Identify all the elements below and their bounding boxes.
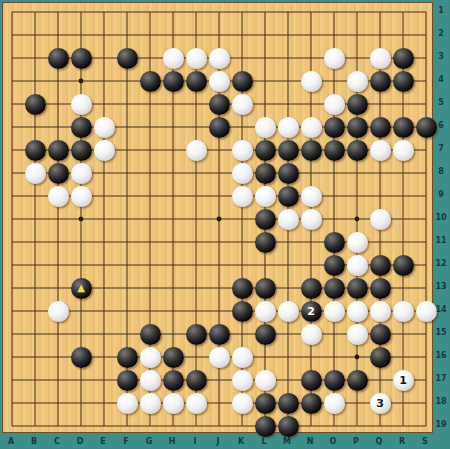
board-intersection[interactable] — [139, 208, 162, 231]
board-intersection[interactable] — [323, 24, 346, 47]
board-intersection[interactable] — [369, 162, 392, 185]
board-intersection[interactable] — [346, 415, 369, 438]
board-intersection[interactable] — [277, 369, 300, 392]
board-intersection[interactable] — [323, 254, 346, 277]
board-intersection[interactable] — [93, 24, 116, 47]
board-intersection[interactable] — [231, 24, 254, 47]
board-intersection[interactable] — [116, 300, 139, 323]
board-intersection[interactable] — [185, 185, 208, 208]
board-intersection[interactable] — [369, 300, 392, 323]
board-intersection[interactable] — [93, 185, 116, 208]
board-intersection[interactable] — [116, 47, 139, 70]
board-intersection[interactable] — [231, 300, 254, 323]
board-intersection[interactable] — [139, 93, 162, 116]
board-intersection[interactable] — [323, 185, 346, 208]
board-intersection[interactable] — [185, 139, 208, 162]
board-intersection[interactable] — [231, 346, 254, 369]
board-intersection[interactable] — [231, 185, 254, 208]
board-intersection[interactable] — [369, 47, 392, 70]
board-intersection[interactable] — [1, 208, 24, 231]
board-intersection[interactable]: 1 — [392, 369, 415, 392]
board-intersection[interactable] — [392, 254, 415, 277]
board-intersection[interactable] — [277, 346, 300, 369]
board-intersection[interactable] — [185, 24, 208, 47]
board-intersection[interactable] — [93, 392, 116, 415]
board-intersection[interactable] — [116, 70, 139, 93]
board-intersection[interactable] — [369, 185, 392, 208]
board-intersection[interactable] — [162, 300, 185, 323]
board-intersection[interactable] — [323, 231, 346, 254]
board-intersection[interactable] — [300, 47, 323, 70]
board-intersection[interactable] — [24, 162, 47, 185]
board-intersection[interactable] — [346, 47, 369, 70]
board-intersection[interactable] — [369, 254, 392, 277]
board-intersection[interactable] — [323, 116, 346, 139]
board-intersection[interactable] — [208, 185, 231, 208]
board-intersection[interactable] — [116, 231, 139, 254]
board-intersection[interactable] — [323, 277, 346, 300]
board-intersection[interactable] — [162, 47, 185, 70]
board-intersection[interactable] — [70, 415, 93, 438]
board-intersection[interactable] — [254, 1, 277, 24]
board-intersection[interactable] — [47, 116, 70, 139]
board-intersection[interactable] — [24, 300, 47, 323]
board-intersection[interactable] — [162, 323, 185, 346]
board-intersection[interactable] — [47, 254, 70, 277]
board-intersection[interactable] — [116, 346, 139, 369]
board-intersection[interactable] — [231, 369, 254, 392]
board-intersection[interactable] — [1, 392, 24, 415]
board-intersection[interactable] — [277, 254, 300, 277]
board-intersection[interactable] — [139, 323, 162, 346]
board-intersection[interactable] — [208, 1, 231, 24]
board-intersection[interactable] — [277, 93, 300, 116]
board-intersection[interactable] — [93, 231, 116, 254]
board-intersection[interactable] — [93, 277, 116, 300]
board-intersection[interactable] — [323, 415, 346, 438]
board-intersection[interactable] — [300, 369, 323, 392]
board-intersection[interactable] — [162, 24, 185, 47]
board-intersection[interactable] — [70, 1, 93, 24]
board-intersection[interactable] — [300, 323, 323, 346]
board-intersection[interactable] — [208, 47, 231, 70]
board-intersection[interactable] — [323, 323, 346, 346]
board-intersection[interactable] — [392, 300, 415, 323]
board-intersection[interactable] — [185, 323, 208, 346]
board-intersection[interactable] — [254, 346, 277, 369]
board-intersection[interactable] — [323, 70, 346, 93]
board-intersection[interactable] — [139, 24, 162, 47]
board-intersection[interactable] — [1, 116, 24, 139]
board-intersection[interactable] — [185, 1, 208, 24]
board-intersection[interactable] — [231, 116, 254, 139]
board-intersection[interactable] — [24, 185, 47, 208]
board-intersection[interactable] — [70, 47, 93, 70]
board-intersection[interactable] — [323, 369, 346, 392]
board-intersection[interactable] — [369, 1, 392, 24]
board-intersection[interactable] — [369, 277, 392, 300]
board-intersection[interactable] — [47, 300, 70, 323]
board-intersection[interactable] — [1, 323, 24, 346]
board-intersection[interactable] — [277, 1, 300, 24]
board-intersection[interactable] — [47, 323, 70, 346]
board-intersection[interactable] — [231, 47, 254, 70]
board-intersection[interactable] — [70, 369, 93, 392]
board-intersection[interactable] — [139, 116, 162, 139]
board-intersection[interactable] — [24, 208, 47, 231]
board-intersection[interactable] — [346, 1, 369, 24]
board-intersection[interactable] — [162, 1, 185, 24]
board-intersection[interactable] — [139, 346, 162, 369]
board-intersection[interactable] — [208, 369, 231, 392]
board-intersection[interactable] — [139, 415, 162, 438]
board-intersection[interactable] — [1, 1, 24, 24]
board-intersection[interactable] — [116, 185, 139, 208]
board-intersection[interactable] — [1, 254, 24, 277]
board-intersection[interactable] — [277, 70, 300, 93]
board-intersection[interactable] — [208, 162, 231, 185]
board-intersection[interactable] — [346, 24, 369, 47]
board-intersection[interactable] — [323, 93, 346, 116]
board-intersection[interactable] — [323, 300, 346, 323]
board-intersection[interactable] — [369, 116, 392, 139]
board-intersection[interactable] — [1, 300, 24, 323]
board-intersection[interactable] — [70, 346, 93, 369]
board-intersection[interactable] — [47, 415, 70, 438]
board-intersection[interactable] — [231, 277, 254, 300]
board-intersection[interactable] — [254, 415, 277, 438]
board-intersection[interactable] — [185, 231, 208, 254]
board-intersection[interactable] — [70, 93, 93, 116]
board-intersection[interactable] — [208, 24, 231, 47]
board-intersection[interactable] — [254, 24, 277, 47]
board-intersection[interactable] — [346, 116, 369, 139]
board-intersection[interactable] — [47, 162, 70, 185]
board-intersection[interactable] — [24, 139, 47, 162]
board-intersection[interactable] — [208, 300, 231, 323]
board-intersection[interactable] — [277, 277, 300, 300]
board-intersection[interactable] — [323, 392, 346, 415]
board-intersection[interactable] — [47, 93, 70, 116]
board-intersection[interactable] — [162, 70, 185, 93]
board-intersection[interactable] — [162, 346, 185, 369]
board-intersection[interactable] — [47, 208, 70, 231]
board-intersection[interactable] — [277, 139, 300, 162]
board-intersection[interactable] — [231, 392, 254, 415]
board-intersection[interactable] — [70, 254, 93, 277]
board-intersection[interactable] — [116, 139, 139, 162]
board-intersection[interactable] — [346, 139, 369, 162]
board-intersection[interactable] — [1, 162, 24, 185]
board-intersection[interactable] — [254, 254, 277, 277]
board-intersection[interactable] — [162, 208, 185, 231]
board-intersection[interactable] — [300, 70, 323, 93]
board-intersection[interactable] — [208, 231, 231, 254]
board-intersection[interactable] — [277, 116, 300, 139]
board-intersection[interactable] — [162, 392, 185, 415]
board-intersection[interactable] — [116, 415, 139, 438]
board-intersection[interactable] — [116, 323, 139, 346]
board-intersection[interactable] — [346, 392, 369, 415]
board-intersection[interactable] — [392, 415, 415, 438]
board-intersection[interactable] — [254, 392, 277, 415]
board-intersection[interactable] — [392, 162, 415, 185]
board-intersection[interactable] — [24, 1, 47, 24]
board-intersection[interactable] — [346, 254, 369, 277]
board-intersection[interactable] — [369, 24, 392, 47]
board-intersection[interactable] — [392, 47, 415, 70]
board-intersection[interactable] — [208, 323, 231, 346]
board-intersection[interactable] — [231, 323, 254, 346]
board-intersection[interactable] — [70, 24, 93, 47]
board-intersection[interactable] — [208, 254, 231, 277]
board-intersection[interactable] — [300, 346, 323, 369]
board-intersection[interactable] — [392, 93, 415, 116]
board-intersection[interactable] — [369, 323, 392, 346]
board-intersection[interactable] — [93, 346, 116, 369]
board-intersection[interactable] — [24, 231, 47, 254]
board-intersection[interactable] — [139, 185, 162, 208]
board-intersection[interactable] — [392, 231, 415, 254]
board-intersection[interactable] — [24, 116, 47, 139]
board-intersection[interactable] — [139, 277, 162, 300]
board-intersection[interactable] — [47, 24, 70, 47]
board-intersection[interactable] — [369, 415, 392, 438]
board-intersection[interactable] — [47, 47, 70, 70]
board-intersection[interactable] — [254, 208, 277, 231]
board-intersection[interactable] — [1, 415, 24, 438]
board-intersection[interactable] — [47, 231, 70, 254]
board-intersection[interactable] — [277, 24, 300, 47]
board-intersection[interactable] — [93, 139, 116, 162]
board-intersection[interactable] — [185, 208, 208, 231]
board-intersection[interactable] — [116, 93, 139, 116]
board-intersection[interactable] — [300, 254, 323, 277]
board-intersection[interactable] — [277, 231, 300, 254]
board-intersection[interactable] — [93, 369, 116, 392]
board-intersection[interactable] — [369, 369, 392, 392]
board-intersection[interactable] — [254, 277, 277, 300]
board-intersection[interactable] — [300, 93, 323, 116]
board-intersection[interactable] — [185, 346, 208, 369]
board-intersection[interactable] — [208, 277, 231, 300]
board-intersection[interactable] — [392, 185, 415, 208]
board-intersection[interactable] — [346, 93, 369, 116]
board-intersection[interactable] — [369, 231, 392, 254]
board-intersection[interactable] — [185, 47, 208, 70]
board-intersection[interactable]: ▲ — [70, 277, 93, 300]
board-intersection[interactable] — [392, 139, 415, 162]
board-intersection[interactable] — [277, 162, 300, 185]
board-intersection[interactable] — [93, 47, 116, 70]
board-intersection[interactable] — [116, 392, 139, 415]
board-intersection[interactable] — [162, 277, 185, 300]
board-intersection[interactable] — [162, 415, 185, 438]
board-intersection[interactable] — [208, 93, 231, 116]
board-intersection[interactable] — [93, 323, 116, 346]
board-intersection[interactable] — [323, 162, 346, 185]
board-intersection[interactable] — [254, 116, 277, 139]
board-intersection[interactable] — [208, 208, 231, 231]
board-intersection[interactable] — [346, 323, 369, 346]
board-intersection[interactable] — [392, 323, 415, 346]
board-intersection[interactable] — [231, 70, 254, 93]
board-intersection[interactable] — [346, 231, 369, 254]
board-intersection[interactable] — [300, 277, 323, 300]
board-intersection[interactable] — [70, 185, 93, 208]
board-intersection[interactable] — [346, 70, 369, 93]
board-intersection[interactable] — [254, 70, 277, 93]
board-intersection[interactable] — [1, 93, 24, 116]
board-intersection[interactable] — [1, 185, 24, 208]
board-intersection[interactable] — [162, 231, 185, 254]
board-intersection[interactable] — [231, 208, 254, 231]
board-intersection[interactable] — [208, 70, 231, 93]
board-intersection[interactable] — [231, 93, 254, 116]
board-intersection[interactable] — [277, 47, 300, 70]
board-intersection[interactable] — [162, 139, 185, 162]
board-intersection[interactable] — [139, 1, 162, 24]
board-intersection[interactable] — [70, 323, 93, 346]
board-intersection[interactable] — [24, 277, 47, 300]
board-intersection[interactable] — [1, 47, 24, 70]
board-intersection[interactable] — [231, 139, 254, 162]
board-intersection[interactable] — [162, 254, 185, 277]
board-intersection[interactable] — [116, 1, 139, 24]
board-intersection[interactable] — [300, 208, 323, 231]
board-intersection[interactable] — [392, 346, 415, 369]
board-intersection[interactable] — [277, 208, 300, 231]
board-intersection[interactable] — [185, 415, 208, 438]
board-intersection[interactable] — [24, 415, 47, 438]
board-intersection[interactable] — [24, 392, 47, 415]
board-intersection[interactable] — [323, 1, 346, 24]
board-intersection[interactable] — [369, 208, 392, 231]
board-intersection[interactable] — [93, 162, 116, 185]
board-intersection[interactable] — [346, 300, 369, 323]
board-intersection[interactable] — [24, 24, 47, 47]
board-intersection[interactable] — [70, 162, 93, 185]
board-intersection[interactable] — [139, 369, 162, 392]
board-intersection[interactable] — [346, 162, 369, 185]
board-intersection[interactable] — [93, 208, 116, 231]
board-intersection[interactable] — [208, 139, 231, 162]
board-intersection[interactable] — [300, 24, 323, 47]
board-intersection[interactable] — [24, 93, 47, 116]
board-intersection[interactable] — [24, 323, 47, 346]
board-intersection[interactable] — [323, 208, 346, 231]
board-intersection[interactable] — [369, 70, 392, 93]
board-intersection[interactable] — [139, 162, 162, 185]
board-intersection[interactable] — [185, 392, 208, 415]
board-intersection[interactable] — [185, 254, 208, 277]
board-intersection[interactable] — [346, 277, 369, 300]
board-intersection[interactable] — [392, 277, 415, 300]
board-intersection[interactable] — [47, 1, 70, 24]
board-intersection[interactable] — [254, 323, 277, 346]
board-intersection[interactable] — [185, 369, 208, 392]
board-intersection[interactable] — [1, 346, 24, 369]
board-intersection[interactable] — [47, 139, 70, 162]
board-intersection[interactable] — [185, 93, 208, 116]
board-intersection[interactable] — [139, 47, 162, 70]
board-intersection[interactable] — [116, 277, 139, 300]
board-intersection[interactable] — [254, 162, 277, 185]
board-intersection[interactable] — [254, 369, 277, 392]
board-intersection[interactable] — [116, 208, 139, 231]
board-intersection[interactable] — [254, 47, 277, 70]
board-intersection[interactable] — [93, 415, 116, 438]
board-intersection[interactable] — [323, 47, 346, 70]
board-intersection[interactable] — [254, 139, 277, 162]
board-intersection[interactable] — [24, 254, 47, 277]
board-intersection[interactable] — [93, 254, 116, 277]
board-intersection[interactable] — [346, 346, 369, 369]
board-intersection[interactable] — [93, 93, 116, 116]
board-intersection[interactable] — [185, 70, 208, 93]
board-intersection[interactable] — [70, 300, 93, 323]
board-intersection[interactable] — [300, 415, 323, 438]
board-intersection[interactable] — [162, 93, 185, 116]
board-intersection[interactable] — [208, 392, 231, 415]
board-intersection[interactable] — [208, 116, 231, 139]
board-intersection[interactable] — [70, 70, 93, 93]
board-intersection[interactable] — [277, 415, 300, 438]
board-intersection[interactable] — [93, 300, 116, 323]
board-intersection[interactable] — [254, 185, 277, 208]
board-intersection[interactable] — [346, 369, 369, 392]
board-intersection[interactable] — [392, 24, 415, 47]
board-intersection[interactable] — [1, 139, 24, 162]
board-intersection[interactable] — [254, 231, 277, 254]
board-intersection[interactable] — [277, 300, 300, 323]
board-intersection[interactable] — [162, 162, 185, 185]
board-intersection[interactable] — [254, 93, 277, 116]
board-intersection[interactable] — [392, 70, 415, 93]
board-intersection[interactable] — [1, 277, 24, 300]
board-intersection[interactable] — [254, 300, 277, 323]
board-intersection[interactable] — [277, 323, 300, 346]
board-intersection[interactable] — [116, 116, 139, 139]
board-intersection[interactable] — [47, 369, 70, 392]
board-intersection[interactable] — [70, 208, 93, 231]
board-intersection[interactable] — [300, 231, 323, 254]
board-intersection[interactable] — [139, 392, 162, 415]
board-intersection[interactable] — [24, 70, 47, 93]
board-intersection[interactable] — [139, 254, 162, 277]
board-intersection[interactable] — [300, 185, 323, 208]
board-intersection[interactable] — [139, 70, 162, 93]
board-intersection[interactable] — [116, 254, 139, 277]
board-intersection[interactable] — [1, 231, 24, 254]
board-intersection[interactable] — [162, 369, 185, 392]
board-intersection[interactable] — [24, 369, 47, 392]
board-intersection[interactable] — [93, 70, 116, 93]
board-intersection[interactable] — [185, 162, 208, 185]
board-intersection[interactable] — [392, 1, 415, 24]
board-intersection[interactable] — [369, 93, 392, 116]
board-intersection[interactable] — [277, 392, 300, 415]
board-intersection[interactable] — [300, 139, 323, 162]
board-intersection[interactable] — [231, 162, 254, 185]
board-intersection[interactable] — [93, 1, 116, 24]
board-intersection[interactable] — [70, 116, 93, 139]
board-intersection[interactable] — [47, 392, 70, 415]
board-intersection[interactable] — [1, 70, 24, 93]
board-intersection[interactable] — [1, 24, 24, 47]
board-intersection[interactable] — [323, 346, 346, 369]
board-intersection[interactable]: 3 — [369, 392, 392, 415]
